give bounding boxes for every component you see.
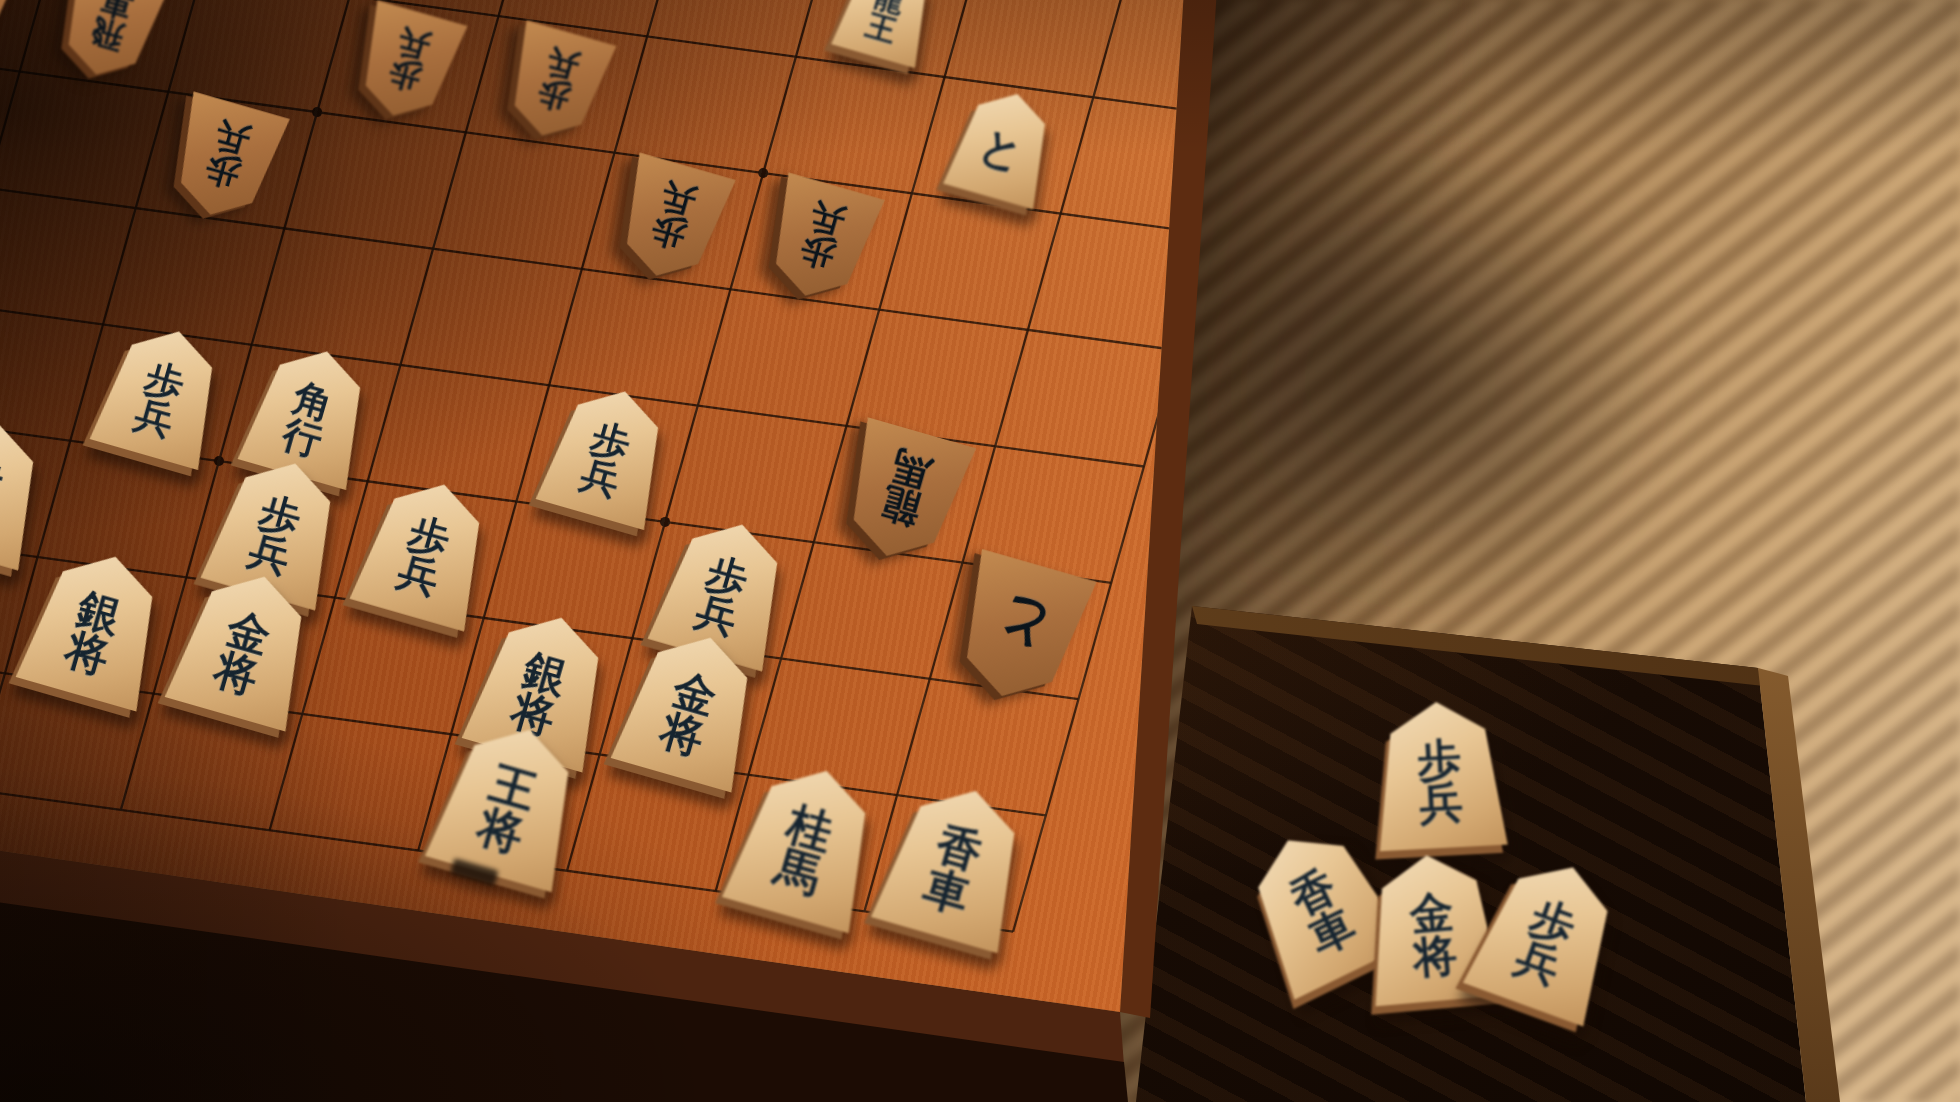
piece-kanji-label: 歩兵 xyxy=(1372,699,1507,851)
shogi-photo-scene: 香車桂馬王将銀将金将銀将金将歩兵歩兵歩兵歩兵歩兵角行歩兵と龍王歩兵飛車歩兵歩兵歩… xyxy=(0,0,1960,1102)
piece-front-face: 歩兵 xyxy=(1372,699,1507,851)
shogi-piece-pawn[interactable]: 歩兵 xyxy=(1372,699,1507,851)
